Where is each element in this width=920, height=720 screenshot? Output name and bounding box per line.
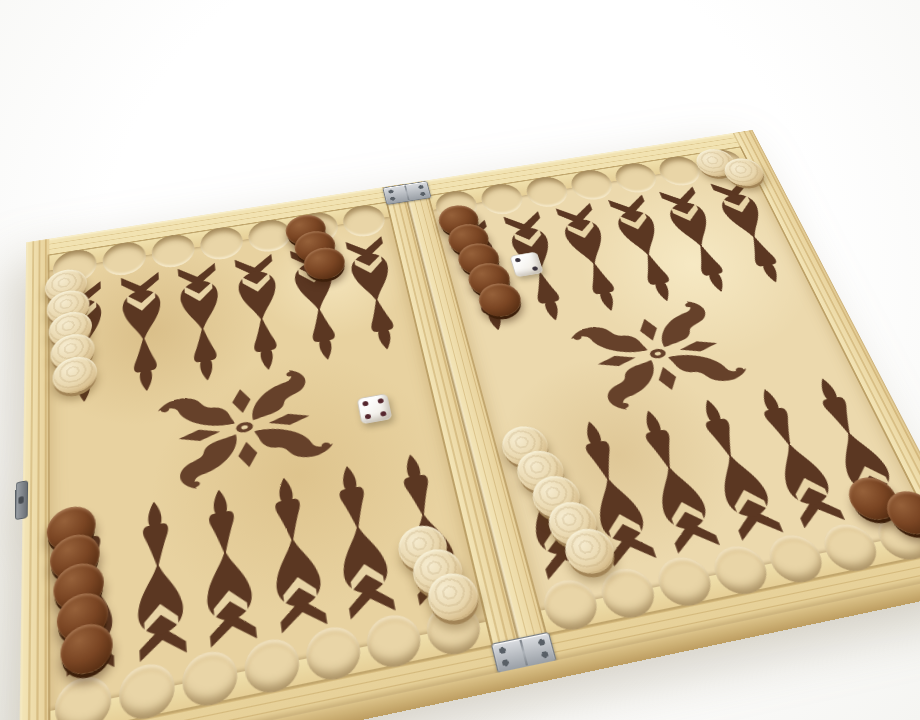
- die-pip: [378, 398, 385, 404]
- die-right[interactable]: [509, 251, 543, 277]
- die-pip: [364, 414, 371, 420]
- board-shadow: [0, 0, 920, 720]
- die-pip: [532, 266, 538, 271]
- die-pip: [362, 400, 369, 406]
- backgammon-board: [19, 130, 920, 720]
- die-pip: [380, 411, 387, 417]
- photo-background: [0, 0, 920, 720]
- board-perspective: [19, 130, 920, 720]
- pieces-layer: [19, 130, 920, 720]
- die-pip: [514, 257, 520, 262]
- die-left[interactable]: [357, 393, 393, 424]
